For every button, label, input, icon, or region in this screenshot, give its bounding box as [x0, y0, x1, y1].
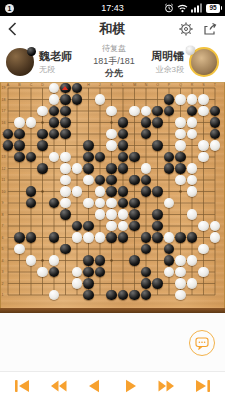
board-cell[interactable]	[48, 174, 60, 186]
board-cell[interactable]	[83, 140, 95, 152]
board-cell[interactable]	[71, 117, 83, 129]
board-cell[interactable]	[71, 174, 83, 186]
board-cell[interactable]	[37, 186, 49, 198]
board-cell[interactable]	[186, 266, 198, 278]
board-cell[interactable]	[94, 117, 106, 129]
board-cell[interactable]	[25, 278, 37, 290]
board-cell[interactable]	[198, 197, 210, 209]
board-cell[interactable]	[2, 209, 14, 221]
board-cell[interactable]	[2, 243, 14, 255]
board-cell[interactable]	[106, 232, 118, 244]
board-cell[interactable]	[71, 278, 83, 290]
board-cell[interactable]	[25, 266, 37, 278]
board-cell[interactable]	[152, 197, 164, 209]
board-cell[interactable]	[60, 174, 72, 186]
board-cell[interactable]	[198, 243, 210, 255]
board-cell[interactable]	[129, 209, 141, 221]
board-cell[interactable]	[198, 209, 210, 221]
board-cell[interactable]	[94, 209, 106, 221]
board-cell[interactable]	[129, 163, 141, 175]
board-cell[interactable]	[60, 82, 72, 94]
board-cell[interactable]	[209, 186, 221, 198]
board-cell[interactable]	[175, 197, 187, 209]
board-cell[interactable]	[129, 289, 141, 301]
board-cell[interactable]	[129, 174, 141, 186]
board-cell[interactable]	[83, 243, 95, 255]
board-cell[interactable]	[117, 82, 129, 94]
board-cell[interactable]	[198, 278, 210, 290]
board-cell[interactable]	[175, 163, 187, 175]
board-cell[interactable]	[198, 82, 210, 94]
board-cell[interactable]	[117, 105, 129, 117]
board-cell[interactable]	[209, 94, 221, 106]
board-cell[interactable]	[37, 94, 49, 106]
board-cell[interactable]	[140, 94, 152, 106]
board-cell[interactable]	[48, 255, 60, 267]
board-cell[interactable]	[94, 255, 106, 267]
board-cell[interactable]	[198, 140, 210, 152]
board-cell[interactable]	[163, 232, 175, 244]
board-cell[interactable]	[117, 117, 129, 129]
board-cell[interactable]	[129, 255, 141, 267]
board-cell[interactable]	[186, 163, 198, 175]
board-cell[interactable]	[83, 209, 95, 221]
board-cell[interactable]	[106, 255, 118, 267]
board-cell[interactable]	[198, 174, 210, 186]
board-cell[interactable]	[140, 220, 152, 232]
board-cell[interactable]	[198, 151, 210, 163]
board-cell[interactable]	[25, 128, 37, 140]
board-cell[interactable]	[140, 278, 152, 290]
board-cell[interactable]	[25, 174, 37, 186]
board-cell[interactable]	[94, 82, 106, 94]
board-cell[interactable]	[163, 278, 175, 290]
board-cell[interactable]	[60, 232, 72, 244]
board-cell[interactable]	[140, 151, 152, 163]
board-cell[interactable]	[14, 186, 26, 198]
board-cell[interactable]	[140, 82, 152, 94]
board-cell[interactable]	[71, 82, 83, 94]
fast-rewind-button[interactable]	[46, 376, 70, 396]
board-cell[interactable]	[175, 289, 187, 301]
board-cell[interactable]	[175, 220, 187, 232]
skip-to-start-button[interactable]	[10, 376, 34, 396]
board-cell[interactable]	[175, 232, 187, 244]
board-cell[interactable]	[198, 105, 210, 117]
board-cell[interactable]	[14, 163, 26, 175]
board-cell[interactable]	[106, 220, 118, 232]
board-cell[interactable]	[71, 105, 83, 117]
board-cell[interactable]	[140, 163, 152, 175]
board-cell[interactable]	[60, 243, 72, 255]
board-cell[interactable]	[48, 94, 60, 106]
board-cell[interactable]	[117, 220, 129, 232]
board-cell[interactable]	[2, 163, 14, 175]
board-cell[interactable]	[163, 266, 175, 278]
board-cell[interactable]	[152, 243, 164, 255]
board-cell[interactable]	[140, 140, 152, 152]
board-cell[interactable]	[14, 174, 26, 186]
board-cell[interactable]	[94, 220, 106, 232]
board-cell[interactable]	[48, 289, 60, 301]
board-cell[interactable]	[25, 151, 37, 163]
board-cell[interactable]	[117, 151, 129, 163]
board-cell[interactable]	[60, 266, 72, 278]
board-cell[interactable]	[25, 186, 37, 198]
board-cell[interactable]	[48, 151, 60, 163]
board-cell[interactable]	[37, 197, 49, 209]
board-cell[interactable]	[209, 220, 221, 232]
board-cell[interactable]	[2, 186, 14, 198]
board-cell[interactable]	[37, 117, 49, 129]
board-cell[interactable]	[2, 82, 14, 94]
board-cell[interactable]	[140, 174, 152, 186]
board-cell[interactable]	[83, 82, 95, 94]
board-cell[interactable]	[198, 255, 210, 267]
board-cell[interactable]	[71, 186, 83, 198]
board-cell[interactable]	[175, 140, 187, 152]
board-cell[interactable]	[152, 266, 164, 278]
board-cell[interactable]	[60, 163, 72, 175]
board-cell[interactable]	[37, 151, 49, 163]
board-cell[interactable]	[106, 289, 118, 301]
board-cell[interactable]	[140, 197, 152, 209]
board-cell[interactable]	[83, 163, 95, 175]
board-cell[interactable]	[163, 140, 175, 152]
board-cell[interactable]	[94, 94, 106, 106]
board-cell[interactable]	[83, 151, 95, 163]
board-cell[interactable]	[209, 140, 221, 152]
fast-forward-button[interactable]	[155, 376, 179, 396]
board-cell[interactable]	[117, 232, 129, 244]
board-cell[interactable]	[106, 278, 118, 290]
board-cell[interactable]	[106, 163, 118, 175]
board-cell[interactable]	[37, 278, 49, 290]
next-move-button[interactable]	[119, 376, 143, 396]
board-cell[interactable]	[209, 163, 221, 175]
board-cell[interactable]	[152, 140, 164, 152]
board-cell[interactable]	[14, 140, 26, 152]
board-cell[interactable]	[117, 186, 129, 198]
board-cell[interactable]	[106, 128, 118, 140]
board-cell[interactable]	[186, 140, 198, 152]
board-cell[interactable]	[83, 128, 95, 140]
board-cell[interactable]	[71, 255, 83, 267]
board-cell[interactable]	[152, 117, 164, 129]
board-cell[interactable]	[186, 197, 198, 209]
board-cell[interactable]	[94, 174, 106, 186]
board-cell[interactable]	[2, 174, 14, 186]
board-cell[interactable]	[94, 243, 106, 255]
board-cell[interactable]	[48, 232, 60, 244]
board-cell[interactable]	[186, 232, 198, 244]
board-cell[interactable]	[14, 232, 26, 244]
board-cell[interactable]	[14, 117, 26, 129]
board-cell[interactable]	[163, 243, 175, 255]
board-cell[interactable]	[94, 151, 106, 163]
board-cell[interactable]	[83, 255, 95, 267]
board-cell[interactable]	[60, 128, 72, 140]
board-cell[interactable]	[186, 243, 198, 255]
board-cell[interactable]	[209, 128, 221, 140]
board-cell[interactable]	[2, 128, 14, 140]
board-cell[interactable]	[140, 243, 152, 255]
board-cell[interactable]	[163, 105, 175, 117]
board-cell[interactable]	[106, 105, 118, 117]
board-cell[interactable]	[48, 243, 60, 255]
board-cell[interactable]	[14, 197, 26, 209]
board-cell[interactable]	[25, 232, 37, 244]
board-cell[interactable]	[198, 220, 210, 232]
board-cell[interactable]	[163, 151, 175, 163]
board-cell[interactable]	[106, 117, 118, 129]
board-cell[interactable]	[198, 186, 210, 198]
board-cell[interactable]	[60, 278, 72, 290]
skip-to-end-button[interactable]	[191, 376, 215, 396]
board-cell[interactable]	[71, 220, 83, 232]
board-cell[interactable]	[186, 289, 198, 301]
board-cell[interactable]	[106, 209, 118, 221]
board-cell[interactable]	[117, 289, 129, 301]
board-cell[interactable]	[2, 140, 14, 152]
board-cell[interactable]	[175, 243, 187, 255]
board-cell[interactable]	[163, 186, 175, 198]
board-cell[interactable]	[152, 105, 164, 117]
board-cell[interactable]	[163, 197, 175, 209]
board-cell[interactable]	[48, 140, 60, 152]
board-cell[interactable]	[129, 186, 141, 198]
board-cell[interactable]	[152, 82, 164, 94]
board-cell[interactable]	[129, 128, 141, 140]
board-cell[interactable]	[175, 82, 187, 94]
board-cell[interactable]	[14, 151, 26, 163]
board-cell[interactable]	[37, 266, 49, 278]
board-cell[interactable]	[37, 220, 49, 232]
board-cell[interactable]	[14, 82, 26, 94]
board-cell[interactable]	[25, 243, 37, 255]
board-cell[interactable]	[71, 151, 83, 163]
board-cell[interactable]	[140, 117, 152, 129]
board-cell[interactable]	[2, 220, 14, 232]
board-cell[interactable]	[152, 128, 164, 140]
board-cell[interactable]	[94, 105, 106, 117]
board-cell[interactable]	[60, 255, 72, 267]
board-cell[interactable]	[48, 197, 60, 209]
board-cell[interactable]	[48, 117, 60, 129]
board-cell[interactable]	[25, 209, 37, 221]
board-cell[interactable]	[186, 255, 198, 267]
board-cell[interactable]	[37, 140, 49, 152]
board-cell[interactable]	[129, 266, 141, 278]
board-cell[interactable]	[48, 186, 60, 198]
black-player-avatar[interactable]	[6, 48, 34, 76]
board-cell[interactable]	[175, 266, 187, 278]
board-cell[interactable]	[14, 255, 26, 267]
board-cell[interactable]	[152, 186, 164, 198]
board-cell[interactable]	[37, 255, 49, 267]
board-cell[interactable]	[2, 255, 14, 267]
board-cell[interactable]	[129, 94, 141, 106]
board-cell[interactable]	[117, 174, 129, 186]
board-cell[interactable]	[175, 174, 187, 186]
board-cell[interactable]	[186, 186, 198, 198]
board-cell[interactable]	[163, 220, 175, 232]
board-cell[interactable]	[209, 209, 221, 221]
board-cell[interactable]	[83, 105, 95, 117]
board-cell[interactable]	[198, 94, 210, 106]
board-cell[interactable]	[129, 232, 141, 244]
board-cell[interactable]	[209, 243, 221, 255]
board-cell[interactable]	[48, 278, 60, 290]
board-cell[interactable]	[25, 220, 37, 232]
board-cell[interactable]	[152, 255, 164, 267]
board-cell[interactable]	[186, 278, 198, 290]
board-cell[interactable]	[2, 197, 14, 209]
board-cell[interactable]	[117, 197, 129, 209]
board-cell[interactable]	[140, 186, 152, 198]
board-cell[interactable]	[106, 186, 118, 198]
board-cell[interactable]	[140, 289, 152, 301]
board-cell[interactable]	[209, 117, 221, 129]
board-cell[interactable]	[14, 209, 26, 221]
board-cell[interactable]	[14, 105, 26, 117]
board-cell[interactable]	[186, 128, 198, 140]
board-cell[interactable]	[2, 117, 14, 129]
board-cell[interactable]	[175, 209, 187, 221]
board-cell[interactable]	[163, 82, 175, 94]
board-cell[interactable]	[25, 289, 37, 301]
board-cell[interactable]	[163, 128, 175, 140]
board-cell[interactable]	[140, 105, 152, 117]
board-cell[interactable]	[106, 94, 118, 106]
board-cell[interactable]	[60, 289, 72, 301]
board-cell[interactable]	[129, 278, 141, 290]
board-cell[interactable]	[37, 163, 49, 175]
white-player-avatar[interactable]	[189, 47, 219, 77]
board-cell[interactable]	[186, 82, 198, 94]
previous-move-button[interactable]	[82, 376, 106, 396]
board-cell[interactable]	[71, 209, 83, 221]
board-cell[interactable]	[37, 82, 49, 94]
board-cell[interactable]	[37, 174, 49, 186]
board-cell[interactable]	[25, 197, 37, 209]
board-cell[interactable]	[163, 174, 175, 186]
board-cell[interactable]	[117, 255, 129, 267]
board-cell[interactable]	[163, 163, 175, 175]
board-cell[interactable]	[152, 163, 164, 175]
board-cell[interactable]	[83, 197, 95, 209]
board-cell[interactable]	[37, 209, 49, 221]
board-cell[interactable]	[2, 232, 14, 244]
settings-gear-icon[interactable]	[179, 22, 193, 36]
board-cell[interactable]	[209, 266, 221, 278]
board-cell[interactable]	[14, 94, 26, 106]
board-cell[interactable]	[129, 243, 141, 255]
board-cell[interactable]	[117, 163, 129, 175]
board-cell[interactable]	[152, 174, 164, 186]
board-cell[interactable]	[152, 289, 164, 301]
board-cell[interactable]	[37, 232, 49, 244]
board-cell[interactable]	[175, 255, 187, 267]
board-cell[interactable]	[71, 266, 83, 278]
board-cell[interactable]	[198, 117, 210, 129]
board-cell[interactable]	[83, 94, 95, 106]
board-cell[interactable]	[186, 94, 198, 106]
board-cell[interactable]	[71, 232, 83, 244]
board-cell[interactable]	[129, 117, 141, 129]
board-cell[interactable]	[140, 266, 152, 278]
board-cell[interactable]	[71, 289, 83, 301]
board-cell[interactable]	[209, 255, 221, 267]
board-cell[interactable]	[198, 128, 210, 140]
board-cell[interactable]	[71, 128, 83, 140]
board-cell[interactable]	[71, 197, 83, 209]
board-cell[interactable]	[209, 197, 221, 209]
board-cell[interactable]	[94, 232, 106, 244]
board-cell[interactable]	[152, 209, 164, 221]
board-cell[interactable]	[186, 174, 198, 186]
board-cell[interactable]	[117, 209, 129, 221]
board-cell[interactable]	[83, 232, 95, 244]
board-cell[interactable]	[106, 151, 118, 163]
board-cell[interactable]	[163, 289, 175, 301]
board-cell[interactable]	[83, 278, 95, 290]
board-cell[interactable]	[37, 128, 49, 140]
board-cell[interactable]	[37, 243, 49, 255]
board-cell[interactable]	[198, 289, 210, 301]
board-cell[interactable]	[83, 289, 95, 301]
board-cell[interactable]	[25, 105, 37, 117]
board-cell[interactable]	[83, 186, 95, 198]
board-cell[interactable]	[117, 243, 129, 255]
board-cell[interactable]	[83, 266, 95, 278]
board-cell[interactable]	[94, 266, 106, 278]
board-cell[interactable]	[129, 82, 141, 94]
board-cell[interactable]	[60, 209, 72, 221]
board-cell[interactable]	[94, 163, 106, 175]
board-cell[interactable]	[198, 163, 210, 175]
board-cell[interactable]	[175, 94, 187, 106]
share-icon[interactable]	[203, 22, 217, 36]
board-cell[interactable]	[106, 197, 118, 209]
board-cell[interactable]	[60, 117, 72, 129]
board-cell[interactable]	[60, 197, 72, 209]
board-cell[interactable]	[209, 174, 221, 186]
board-cell[interactable]	[175, 105, 187, 117]
board-cell[interactable]	[186, 209, 198, 221]
board-cell[interactable]	[60, 220, 72, 232]
board-cell[interactable]	[2, 105, 14, 117]
board-cell[interactable]	[14, 289, 26, 301]
board-cell[interactable]	[129, 105, 141, 117]
board-cell[interactable]	[117, 278, 129, 290]
board-cell[interactable]	[60, 186, 72, 198]
board-cell[interactable]	[106, 266, 118, 278]
board-cell[interactable]	[152, 232, 164, 244]
board-cell[interactable]	[2, 266, 14, 278]
board-cell[interactable]	[48, 266, 60, 278]
board-cell[interactable]	[209, 232, 221, 244]
board-cell[interactable]	[129, 197, 141, 209]
board-cell[interactable]	[71, 140, 83, 152]
board-cell[interactable]	[198, 266, 210, 278]
board-cell[interactable]	[14, 278, 26, 290]
board-cell[interactable]	[140, 255, 152, 267]
board-cell[interactable]	[48, 209, 60, 221]
board-cell[interactable]	[117, 128, 129, 140]
board-cell[interactable]	[129, 151, 141, 163]
board-cell[interactable]	[71, 94, 83, 106]
